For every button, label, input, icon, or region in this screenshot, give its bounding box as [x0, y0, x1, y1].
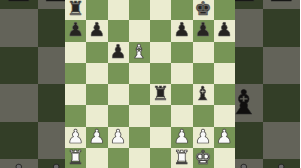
black-pawn-icon[interactable]: ♟: [195, 20, 212, 39]
bg-white-pawn-icon: ♟: [4, 160, 34, 168]
square-c6[interactable]: ♟: [108, 42, 129, 63]
white-bishop-icon[interactable]: ♝: [131, 42, 148, 61]
square-f1[interactable]: ♜: [171, 148, 192, 168]
square-f5[interactable]: [171, 63, 192, 84]
square-f7[interactable]: ♟: [171, 20, 192, 41]
square-b5[interactable]: [86, 63, 107, 84]
black-pawn-icon[interactable]: ♟: [88, 20, 105, 39]
square-g4[interactable]: ♝: [193, 84, 214, 105]
square-f3[interactable]: [171, 105, 192, 126]
square-b3[interactable]: [86, 105, 107, 126]
square-g6[interactable]: [193, 42, 214, 63]
square-e6[interactable]: [150, 42, 171, 63]
bg-black-pawn-icon: ♟: [4, 0, 34, 6]
square-g2[interactable]: ♟: [193, 127, 214, 148]
chessboard: ♜♚♟♟♟♟♟♟♝♜♝♟♟♟♟♟♟♜♜♚: [65, 0, 235, 168]
square-e1[interactable]: [150, 148, 171, 168]
bg-square-a2: ♟: [0, 159, 38, 168]
white-pawn-icon[interactable]: ♟: [195, 127, 212, 146]
square-g7[interactable]: ♟: [193, 20, 214, 41]
white-rook-icon[interactable]: ♜: [173, 148, 190, 167]
square-d4[interactable]: [129, 84, 150, 105]
white-pawn-icon[interactable]: ♟: [110, 127, 127, 146]
square-a6[interactable]: [65, 42, 86, 63]
black-rook-icon[interactable]: ♜: [152, 84, 169, 103]
white-king-icon[interactable]: ♚: [195, 148, 212, 167]
square-h6[interactable]: [214, 42, 235, 63]
square-h8[interactable]: [214, 0, 235, 20]
square-d7[interactable]: [129, 20, 150, 41]
square-h3[interactable]: [214, 105, 235, 126]
square-c8[interactable]: [108, 0, 129, 20]
square-a4[interactable]: [65, 84, 86, 105]
black-pawn-icon[interactable]: ♟: [216, 20, 233, 39]
square-e4[interactable]: ♜: [150, 84, 171, 105]
black-bishop-icon[interactable]: ♝: [195, 84, 212, 103]
square-d2[interactable]: [129, 127, 150, 148]
square-d3[interactable]: [129, 105, 150, 126]
square-b2[interactable]: ♟: [86, 127, 107, 148]
square-f6[interactable]: [171, 42, 192, 63]
bg-square-h3: [263, 122, 301, 160]
square-e5[interactable]: [150, 63, 171, 84]
square-b7[interactable]: ♟: [86, 20, 107, 41]
bg-square-a3: [0, 122, 38, 160]
square-g5[interactable]: [193, 63, 214, 84]
square-d5[interactable]: [129, 63, 150, 84]
square-h4[interactable]: [214, 84, 235, 105]
bg-square-h7: ♟: [263, 0, 301, 9]
square-d1[interactable]: [129, 148, 150, 168]
bg-black-pawn-icon: ♟: [266, 0, 296, 6]
black-pawn-icon[interactable]: ♟: [110, 42, 127, 61]
bg-square-a7: ♟: [0, 0, 38, 9]
black-pawn-icon[interactable]: ♟: [173, 20, 190, 39]
square-g1[interactable]: ♚: [193, 148, 214, 168]
square-c3[interactable]: [108, 105, 129, 126]
square-h5[interactable]: [214, 63, 235, 84]
white-pawn-icon[interactable]: ♟: [216, 127, 233, 146]
white-pawn-icon[interactable]: ♟: [173, 127, 190, 146]
square-b1[interactable]: [86, 148, 107, 168]
square-a8[interactable]: ♜: [65, 0, 86, 20]
chess-video-frame: ♜♚♟♟♟♟♟♟♝♜♝♟♟♟♟♟♟♜♜♚ ♜♚♟♟♟♟♟♟♝♜♝♟♟♟♟♟♟♜♜…: [0, 0, 300, 168]
bg-square-h6: [263, 9, 301, 47]
square-h1[interactable]: [214, 148, 235, 168]
square-c5[interactable]: [108, 63, 129, 84]
white-pawn-icon[interactable]: ♟: [67, 127, 84, 146]
square-h7[interactable]: ♟: [214, 20, 235, 41]
bg-square-h4: [263, 84, 301, 122]
square-f4[interactable]: [171, 84, 192, 105]
square-b6[interactable]: [86, 42, 107, 63]
black-pawn-icon[interactable]: ♟: [67, 20, 84, 39]
bg-square-h2: ♟: [263, 159, 301, 168]
bg-square-a6: [0, 9, 38, 47]
square-c2[interactable]: ♟: [108, 127, 129, 148]
square-h2[interactable]: ♟: [214, 127, 235, 148]
black-king-icon[interactable]: ♚: [195, 0, 212, 18]
bg-white-pawn-icon: ♟: [266, 160, 296, 168]
square-f2[interactable]: ♟: [171, 127, 192, 148]
square-d8[interactable]: [129, 0, 150, 20]
white-rook-icon[interactable]: ♜: [67, 148, 84, 167]
square-g3[interactable]: [193, 105, 214, 126]
square-a7[interactable]: ♟: [65, 20, 86, 41]
square-b4[interactable]: [86, 84, 107, 105]
square-e8[interactable]: [150, 0, 171, 20]
square-c7[interactable]: [108, 20, 129, 41]
black-rook-icon[interactable]: ♜: [67, 0, 84, 18]
square-b8[interactable]: [86, 0, 107, 20]
square-a5[interactable]: [65, 63, 86, 84]
bg-square-a4: [0, 84, 38, 122]
square-c4[interactable]: [108, 84, 129, 105]
square-e3[interactable]: [150, 105, 171, 126]
white-pawn-icon[interactable]: ♟: [88, 127, 105, 146]
square-e7[interactable]: [150, 20, 171, 41]
square-a3[interactable]: [65, 105, 86, 126]
square-g8[interactable]: ♚: [193, 0, 214, 20]
square-a1[interactable]: ♜: [65, 148, 86, 168]
square-e2[interactable]: [150, 127, 171, 148]
square-f8[interactable]: [171, 0, 192, 20]
square-c1[interactable]: [108, 148, 129, 168]
bg-square-a5: [0, 47, 38, 85]
square-d6[interactable]: ♝: [129, 42, 150, 63]
square-a2[interactable]: ♟: [65, 127, 86, 148]
bg-square-h5: [263, 47, 301, 85]
